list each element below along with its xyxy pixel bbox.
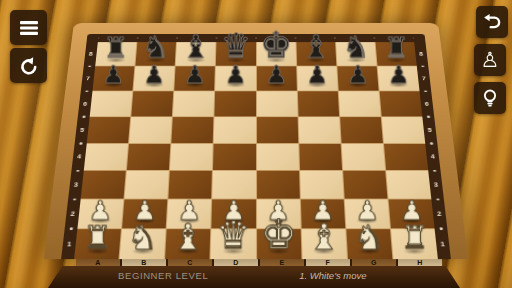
piece-white-bishop[interactable]: ♝: [308, 220, 340, 254]
screw-dot: [424, 90, 427, 92]
screw-dot: [79, 142, 82, 144]
screw-dot: [433, 170, 436, 172]
piece-cell-e4: [256, 143, 299, 170]
square-g6[interactable]: [338, 91, 380, 116]
rank-label-6: 6: [420, 91, 435, 117]
piece-cell-h4: [383, 143, 428, 170]
square-b8[interactable]: [136, 42, 177, 65]
piece-cell-a4: [84, 143, 129, 170]
screw-dot: [70, 228, 73, 230]
square-d7[interactable]: [216, 66, 256, 90]
screw-dot: [82, 116, 85, 118]
piece-white-rook[interactable]: ♜: [401, 224, 429, 254]
square-g7[interactable]: [337, 66, 378, 90]
piece-white-king[interactable]: ♚: [261, 216, 297, 254]
square-h6[interactable]: [380, 91, 423, 116]
square-c7[interactable]: [175, 66, 216, 90]
square-g8[interactable]: [336, 42, 377, 65]
piece-style-button[interactable]: ♙: [474, 44, 506, 76]
piece-cell-e1: ♚: [256, 229, 301, 260]
square-f7[interactable]: [297, 66, 338, 90]
square-a6[interactable]: [90, 91, 133, 116]
menu-button[interactable]: [10, 10, 47, 45]
piece-white-knight[interactable]: ♞: [128, 222, 158, 254]
lightbulb-icon: [479, 87, 501, 109]
hamburger-icon: [18, 18, 40, 38]
hint-button[interactable]: [474, 82, 506, 114]
square-d6[interactable]: [215, 91, 256, 116]
square-c6[interactable]: [173, 91, 214, 116]
square-e8[interactable]: [256, 42, 295, 65]
square-b7[interactable]: [134, 66, 175, 90]
screw-dot: [73, 198, 76, 200]
screw-dot: [440, 228, 443, 230]
piece-cell-c4: [170, 143, 214, 170]
square-f6[interactable]: [297, 91, 338, 116]
square-a7[interactable]: [93, 66, 135, 90]
screw-dot: [427, 116, 430, 118]
piece-cell-d1: ♛: [211, 229, 256, 260]
square-h7[interactable]: [377, 66, 419, 90]
square-e7[interactable]: [256, 66, 296, 90]
screw-dot: [85, 90, 88, 92]
rank-label-8: 8: [414, 42, 428, 66]
undo-icon: [481, 11, 503, 33]
square-a8[interactable]: [95, 42, 136, 65]
piece-cell-g4: [341, 143, 386, 170]
rank-label-7: 7: [417, 66, 431, 91]
square-d8[interactable]: [216, 42, 255, 65]
board-plane: 87654321 87654321 ♜♞♝♛♚♝♞♜♟♟♟♟♟♟♟♟♟♟♟♟♟♟…: [44, 23, 468, 259]
piece-white-queen[interactable]: ♛: [216, 218, 250, 254]
rotate-icon: [17, 54, 41, 78]
square-c8[interactable]: [176, 42, 216, 65]
square-f8[interactable]: [296, 42, 336, 65]
square-e6[interactable]: [256, 91, 297, 116]
screw-dot: [430, 142, 433, 144]
board-scene: 87654321 87654321 ♜♞♝♛♚♝♞♜♟♟♟♟♟♟♟♟♟♟♟♟♟♟…: [0, 0, 512, 288]
square-b6[interactable]: [131, 91, 173, 116]
piece-white-rook[interactable]: ♜: [83, 224, 111, 254]
screw-dot: [76, 170, 79, 172]
piece-cell-b4: [127, 143, 172, 170]
screw-dot: [421, 65, 424, 67]
piece-cell-f4: [298, 143, 342, 170]
piece-white-bishop[interactable]: ♝: [172, 220, 204, 254]
piece-cell-d4: [213, 143, 256, 170]
rotate-board-button[interactable]: [10, 48, 47, 83]
piece-white-knight[interactable]: ♞: [354, 222, 384, 254]
pawn-icon: ♙: [481, 50, 500, 71]
undo-button[interactable]: [476, 6, 508, 38]
screw-dot: [436, 198, 439, 200]
screw-dot: [88, 65, 91, 67]
square-h8[interactable]: [375, 42, 416, 65]
